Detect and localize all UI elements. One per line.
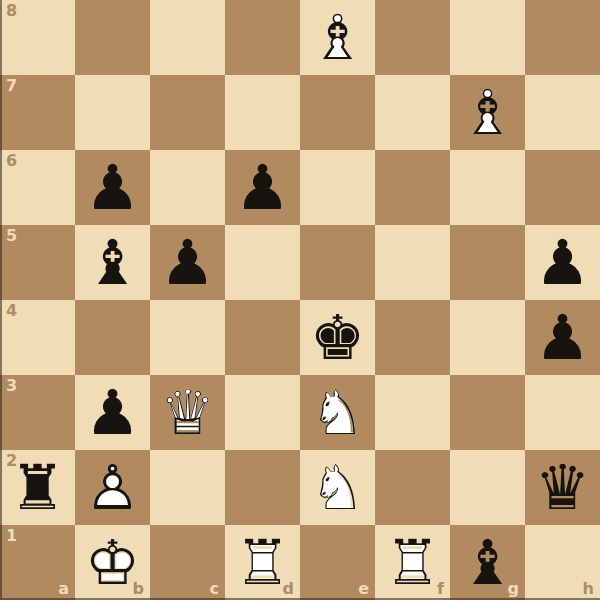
square-d3[interactable] (225, 375, 300, 450)
square-f5[interactable] (375, 225, 450, 300)
square-h8[interactable] (525, 0, 600, 75)
chess-board: 8♝♗7♝♗6♟♟5♝♟♟4♚♟3♟♛♕♞♘2♜♟♙♞♘♛1ab♚♔cd♜♖ef… (0, 0, 600, 600)
black-pawn-icon: ♟ (525, 300, 600, 375)
file-label-c: c (210, 581, 219, 597)
square-h3[interactable] (525, 375, 600, 450)
white-bishop-icon: ♝♗ (450, 75, 525, 150)
square-h5[interactable]: ♟ (525, 225, 600, 300)
black-queen-icon: ♛ (525, 450, 600, 525)
square-g4[interactable] (450, 300, 525, 375)
white-queen-icon: ♛♕ (150, 375, 225, 450)
square-c4[interactable] (150, 300, 225, 375)
black-bishop-icon: ♝ (450, 525, 525, 600)
rank-label-5: 5 (6, 228, 17, 244)
square-e8[interactable]: ♝♗ (300, 0, 375, 75)
square-f4[interactable] (375, 300, 450, 375)
square-a1[interactable]: 1a (0, 525, 75, 600)
square-g3[interactable] (450, 375, 525, 450)
square-g1[interactable]: g♝ (450, 525, 525, 600)
rank-label-6: 6 (6, 153, 17, 169)
square-e2[interactable]: ♞♘ (300, 450, 375, 525)
square-c1[interactable]: c (150, 525, 225, 600)
square-c6[interactable] (150, 150, 225, 225)
square-a5[interactable]: 5 (0, 225, 75, 300)
square-b4[interactable] (75, 300, 150, 375)
square-h2[interactable]: ♛ (525, 450, 600, 525)
file-label-e: e (358, 581, 369, 597)
square-e3[interactable]: ♞♘ (300, 375, 375, 450)
square-a3[interactable]: 3 (0, 375, 75, 450)
black-king-icon: ♚ (300, 300, 375, 375)
square-e4[interactable]: ♚ (300, 300, 375, 375)
square-f8[interactable] (375, 0, 450, 75)
square-d7[interactable] (225, 75, 300, 150)
white-pawn-icon: ♟♙ (75, 450, 150, 525)
square-a2[interactable]: 2♜ (0, 450, 75, 525)
white-rook-icon: ♜♖ (375, 525, 450, 600)
square-f6[interactable] (375, 150, 450, 225)
square-d5[interactable] (225, 225, 300, 300)
file-label-h: h (583, 581, 594, 597)
square-e7[interactable] (300, 75, 375, 150)
white-bishop-icon: ♝♗ (300, 0, 375, 75)
square-h1[interactable]: h (525, 525, 600, 600)
square-c5[interactable]: ♟ (150, 225, 225, 300)
square-d2[interactable] (225, 450, 300, 525)
square-b7[interactable] (75, 75, 150, 150)
square-c2[interactable] (150, 450, 225, 525)
file-label-a: a (58, 581, 69, 597)
white-knight-icon: ♞♘ (300, 375, 375, 450)
square-f1[interactable]: f♜♖ (375, 525, 450, 600)
square-h7[interactable] (525, 75, 600, 150)
rank-label-7: 7 (6, 78, 17, 94)
black-rook-icon: ♜ (0, 450, 75, 525)
black-pawn-icon: ♟ (525, 225, 600, 300)
square-c7[interactable] (150, 75, 225, 150)
rank-label-1: 1 (6, 528, 17, 544)
square-g8[interactable] (450, 0, 525, 75)
black-pawn-icon: ♟ (150, 225, 225, 300)
square-h6[interactable] (525, 150, 600, 225)
square-g7[interactable]: ♝♗ (450, 75, 525, 150)
square-e6[interactable] (300, 150, 375, 225)
square-f7[interactable] (375, 75, 450, 150)
square-b3[interactable]: ♟ (75, 375, 150, 450)
square-b1[interactable]: b♚♔ (75, 525, 150, 600)
square-c8[interactable] (150, 0, 225, 75)
square-g2[interactable] (450, 450, 525, 525)
square-c3[interactable]: ♛♕ (150, 375, 225, 450)
white-knight-icon: ♞♘ (300, 450, 375, 525)
square-d8[interactable] (225, 0, 300, 75)
black-pawn-icon: ♟ (225, 150, 300, 225)
square-a6[interactable]: 6 (0, 150, 75, 225)
black-bishop-icon: ♝ (75, 225, 150, 300)
black-pawn-icon: ♟ (75, 150, 150, 225)
square-b5[interactable]: ♝ (75, 225, 150, 300)
square-b8[interactable] (75, 0, 150, 75)
square-a8[interactable]: 8 (0, 0, 75, 75)
rank-label-3: 3 (6, 378, 17, 394)
square-e5[interactable] (300, 225, 375, 300)
square-d1[interactable]: d♜♖ (225, 525, 300, 600)
white-rook-icon: ♜♖ (225, 525, 300, 600)
black-pawn-icon: ♟ (75, 375, 150, 450)
rank-label-8: 8 (6, 3, 17, 19)
chess-board-wrap: 8♝♗7♝♗6♟♟5♝♟♟4♚♟3♟♛♕♞♘2♜♟♙♞♘♛1ab♚♔cd♜♖ef… (0, 0, 600, 600)
square-b6[interactable]: ♟ (75, 150, 150, 225)
square-d4[interactable] (225, 300, 300, 375)
square-h4[interactable]: ♟ (525, 300, 600, 375)
square-g6[interactable] (450, 150, 525, 225)
square-f3[interactable] (375, 375, 450, 450)
square-e1[interactable]: e (300, 525, 375, 600)
square-f2[interactable] (375, 450, 450, 525)
square-a4[interactable]: 4 (0, 300, 75, 375)
square-g5[interactable] (450, 225, 525, 300)
square-a7[interactable]: 7 (0, 75, 75, 150)
white-king-icon: ♚♔ (75, 525, 150, 600)
square-b2[interactable]: ♟♙ (75, 450, 150, 525)
square-d6[interactable]: ♟ (225, 150, 300, 225)
rank-label-4: 4 (6, 303, 17, 319)
